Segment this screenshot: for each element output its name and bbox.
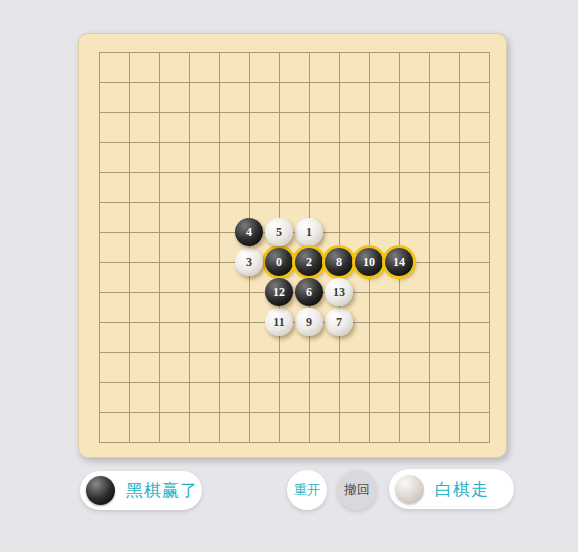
board-cell[interactable]	[219, 292, 249, 322]
board-cell[interactable]	[429, 232, 459, 262]
board-cell[interactable]	[339, 52, 369, 82]
board-cell[interactable]	[279, 82, 309, 112]
white-status-label: 白棋走	[435, 478, 489, 501]
board-cell[interactable]	[399, 202, 429, 232]
board-cell[interactable]	[129, 52, 159, 82]
stone-move-10: 10	[355, 248, 383, 276]
board-cell[interactable]	[99, 352, 129, 382]
board-cell[interactable]	[429, 412, 459, 442]
board-cell[interactable]	[279, 382, 309, 412]
stone-move-0: 0	[265, 248, 293, 276]
board-cell[interactable]	[219, 382, 249, 412]
board-cell[interactable]	[219, 82, 249, 112]
board-cell[interactable]	[399, 172, 429, 202]
board-cell[interactable]	[159, 412, 189, 442]
board-cell[interactable]	[99, 142, 129, 172]
board-cell[interactable]	[189, 262, 219, 292]
board-cell[interactable]	[99, 112, 129, 142]
stone-move-14: 14	[385, 248, 413, 276]
board-cell[interactable]	[159, 292, 189, 322]
black-status-label: 黑棋赢了	[126, 479, 198, 502]
black-stone-icon	[86, 476, 115, 505]
board-cell[interactable]	[99, 292, 129, 322]
board-cell[interactable]	[459, 172, 489, 202]
white-status: 白棋走	[389, 469, 514, 509]
board-cell[interactable]	[429, 352, 459, 382]
board-cell[interactable]	[369, 112, 399, 142]
board-cell[interactable]	[339, 382, 369, 412]
board-cell[interactable]	[339, 412, 369, 442]
board-cell[interactable]	[279, 112, 309, 142]
board-cell[interactable]	[369, 382, 399, 412]
stone-move-7: 7	[325, 308, 353, 336]
board-cell[interactable]	[459, 232, 489, 262]
board-cell[interactable]	[219, 172, 249, 202]
board-cell[interactable]	[129, 352, 159, 382]
board-cell[interactable]	[249, 112, 279, 142]
board-cell[interactable]	[99, 52, 129, 82]
board-cell[interactable]	[219, 322, 249, 352]
board-cell[interactable]	[159, 382, 189, 412]
board-cell[interactable]	[189, 322, 219, 352]
board-cell[interactable]	[219, 412, 249, 442]
board-cell[interactable]	[399, 82, 429, 112]
board-cell[interactable]	[309, 52, 339, 82]
board-cell[interactable]	[369, 142, 399, 172]
board-cell[interactable]	[129, 292, 159, 322]
board-cell[interactable]	[159, 82, 189, 112]
board-cell[interactable]	[459, 52, 489, 82]
stone-move-3: 3	[235, 248, 263, 276]
board-cell[interactable]	[249, 172, 279, 202]
board-cell[interactable]	[99, 412, 129, 442]
board-cell[interactable]	[99, 82, 129, 112]
undo-button[interactable]: 撤回	[337, 470, 377, 510]
board-cell[interactable]	[189, 292, 219, 322]
board-cell[interactable]	[399, 52, 429, 82]
board-cell[interactable]	[339, 82, 369, 112]
board-cell[interactable]	[399, 112, 429, 142]
board-cell[interactable]	[279, 52, 309, 82]
stone-move-6: 6	[295, 278, 323, 306]
stone-move-9: 9	[295, 308, 323, 336]
board-cell[interactable]	[369, 292, 399, 322]
stone-move-11: 11	[265, 308, 293, 336]
board-cell[interactable]	[159, 352, 189, 382]
board-cell[interactable]	[159, 172, 189, 202]
board-cell[interactable]	[279, 352, 309, 382]
board-cell[interactable]	[99, 322, 129, 352]
board-cell[interactable]	[129, 232, 159, 262]
board-cell[interactable]	[429, 292, 459, 322]
board-cell[interactable]	[429, 262, 459, 292]
board-cell[interactable]	[399, 142, 429, 172]
stone-move-8: 8	[325, 248, 353, 276]
board-cell[interactable]	[399, 292, 429, 322]
board-cell[interactable]	[399, 412, 429, 442]
board-cell[interactable]	[159, 322, 189, 352]
board-cell[interactable]	[189, 232, 219, 262]
stone-move-4: 4	[235, 218, 263, 246]
board-cell[interactable]	[369, 202, 399, 232]
stone-move-2: 2	[295, 248, 323, 276]
board-cell[interactable]	[249, 82, 279, 112]
board-cell[interactable]	[99, 232, 129, 262]
board-cell[interactable]	[279, 172, 309, 202]
board-cell[interactable]	[369, 352, 399, 382]
board-cell[interactable]	[369, 82, 399, 112]
board-cell[interactable]	[189, 412, 219, 442]
board-cell[interactable]	[459, 112, 489, 142]
stone-move-5: 5	[265, 218, 293, 246]
board-cell[interactable]	[129, 172, 159, 202]
board-cell[interactable]	[429, 82, 459, 112]
board-cell[interactable]	[159, 262, 189, 292]
board-cell[interactable]	[459, 82, 489, 112]
black-status: 黑棋赢了	[80, 471, 202, 510]
board-cell[interactable]	[99, 172, 129, 202]
board-cell[interactable]	[339, 352, 369, 382]
board-cell[interactable]	[309, 112, 339, 142]
board-cell[interactable]	[339, 172, 369, 202]
board-cell[interactable]	[129, 142, 159, 172]
board-cell[interactable]	[399, 322, 429, 352]
board-cell[interactable]	[399, 382, 429, 412]
board-cell[interactable]	[189, 82, 219, 112]
board-cell[interactable]	[159, 232, 189, 262]
board-cell[interactable]	[309, 172, 339, 202]
board-cell[interactable]	[219, 52, 249, 82]
board-cell[interactable]	[459, 292, 489, 322]
board-cell[interactable]	[129, 112, 159, 142]
board-cell[interactable]	[279, 142, 309, 172]
restart-button[interactable]: 重开	[287, 470, 327, 510]
board-cell[interactable]	[459, 202, 489, 232]
board-cell[interactable]	[189, 142, 219, 172]
board-cell[interactable]	[159, 52, 189, 82]
board-cell[interactable]	[189, 352, 219, 382]
board-cell[interactable]	[189, 202, 219, 232]
board-grid	[99, 52, 490, 443]
board-cell[interactable]	[399, 352, 429, 382]
board-cell[interactable]	[459, 262, 489, 292]
gomoku-app: 01234567891011121314 黑棋赢了 重开 撤回 白棋走	[0, 0, 578, 552]
board-cell[interactable]	[459, 382, 489, 412]
board-cell[interactable]	[159, 202, 189, 232]
board-cell[interactable]	[429, 52, 459, 82]
board-cell[interactable]	[129, 382, 159, 412]
board-cell[interactable]	[309, 82, 339, 112]
board-cell[interactable]	[219, 142, 249, 172]
board-cell[interactable]	[99, 262, 129, 292]
white-stone-icon	[395, 475, 424, 504]
stone-move-12: 12	[265, 278, 293, 306]
board-cell[interactable]	[189, 52, 219, 82]
board-cell[interactable]	[429, 172, 459, 202]
board-cell[interactable]	[369, 412, 399, 442]
board-cell[interactable]	[129, 82, 159, 112]
board-cell[interactable]	[249, 382, 279, 412]
stone-move-13: 13	[325, 278, 353, 306]
board-cell[interactable]	[189, 382, 219, 412]
board-cell[interactable]	[129, 412, 159, 442]
board-cell[interactable]	[189, 172, 219, 202]
board-cell[interactable]	[129, 202, 159, 232]
board-cell[interactable]	[339, 202, 369, 232]
board-cell[interactable]	[369, 172, 399, 202]
board-cell[interactable]	[249, 352, 279, 382]
board-cell[interactable]	[99, 202, 129, 232]
board-cell[interactable]	[129, 322, 159, 352]
board-cell[interactable]	[429, 142, 459, 172]
board-cell[interactable]	[429, 382, 459, 412]
board-cell[interactable]	[429, 322, 459, 352]
board-cell[interactable]	[129, 262, 159, 292]
board-cell[interactable]	[459, 352, 489, 382]
board-cell[interactable]	[309, 352, 339, 382]
board-cell[interactable]	[309, 382, 339, 412]
board-cell[interactable]	[189, 112, 219, 142]
board-cell[interactable]	[459, 142, 489, 172]
board-cell[interactable]	[339, 112, 369, 142]
board-cell[interactable]	[309, 142, 339, 172]
board-cell[interactable]	[429, 202, 459, 232]
board-cell[interactable]	[249, 52, 279, 82]
board-cell[interactable]	[219, 352, 249, 382]
board-cell[interactable]	[339, 142, 369, 172]
board-cell[interactable]	[459, 322, 489, 352]
board-cell[interactable]	[279, 412, 309, 442]
stone-move-1: 1	[295, 218, 323, 246]
board-cell[interactable]	[249, 142, 279, 172]
board-cell[interactable]	[459, 412, 489, 442]
gomoku-board[interactable]: 01234567891011121314	[78, 33, 507, 458]
board-cell[interactable]	[249, 412, 279, 442]
board-cell[interactable]	[159, 142, 189, 172]
board-cell[interactable]	[219, 112, 249, 142]
board-cell[interactable]	[369, 322, 399, 352]
board-cell[interactable]	[369, 52, 399, 82]
board-cell[interactable]	[99, 382, 129, 412]
board-cell[interactable]	[159, 112, 189, 142]
board-cell[interactable]	[429, 112, 459, 142]
board-cell[interactable]	[309, 412, 339, 442]
